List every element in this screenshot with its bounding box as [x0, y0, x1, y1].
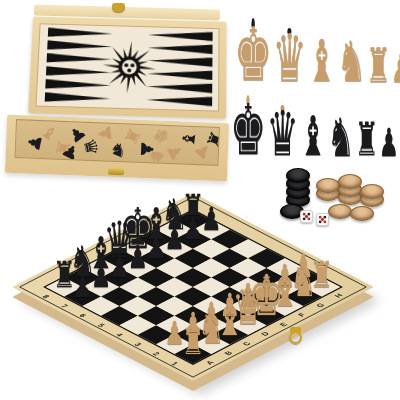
jumbled-piece-wood-n: ♞ — [144, 143, 169, 166]
piece-glyph: ♟ — [109, 254, 130, 279]
rank-label-5: 5 — [96, 322, 107, 328]
jumbled-piece-wood-p: ♟ — [190, 139, 215, 164]
checkers-pile — [282, 152, 394, 232]
rank-label-4: 4 — [114, 332, 125, 338]
piece-glyph: ♟ — [128, 245, 149, 270]
sample-piece-pawn: ♟ — [391, 53, 400, 84]
jumbled-piece-black-b: ♝ — [180, 129, 199, 149]
jumbled-piece-black-p: ♟ — [25, 132, 45, 153]
jumbled-piece-wood-p: ♟ — [163, 140, 186, 164]
die — [316, 213, 329, 226]
jumbled-piece-black-p: ♟ — [138, 140, 155, 159]
knight-glyph: ♞ — [337, 40, 366, 84]
queen-glyph: ♛ — [272, 33, 306, 84]
jumbled-piece-wood-k: ♚ — [149, 124, 173, 147]
wood-checker — [338, 174, 362, 189]
piece-glyph: ♜ — [181, 328, 204, 356]
jumbled-piece-black-q: ♛ — [81, 136, 101, 158]
jumbled-piece-black-n: ♞ — [107, 139, 130, 161]
rank-label-8: 8 — [41, 294, 52, 300]
backgammon-board — [35, 23, 219, 111]
file-label-h: H — [333, 293, 345, 299]
wood-checker — [328, 204, 352, 219]
sample-piece-rook: ♜ — [366, 47, 391, 84]
wood-checker — [316, 178, 340, 193]
wood-checker — [360, 184, 384, 199]
rook-glyph: ♜ — [366, 47, 391, 84]
wood-pieces-row: ♚♛♝♞♜♟ — [234, 12, 400, 84]
lid-latch — [112, 3, 125, 12]
jumbled-piece-wood-r: ♜ — [122, 125, 145, 149]
pawn-glyph: ♟ — [391, 53, 400, 84]
file-label-a: A — [204, 360, 216, 366]
sample-piece-bishop: ♝ — [307, 39, 337, 84]
king-glyph: ♚ — [230, 103, 266, 158]
bishop-glyph: ♝ — [307, 39, 337, 84]
black-checker — [286, 168, 310, 183]
jumbled-piece-wood-p: ♟ — [96, 123, 115, 143]
rank-label-2: 2 — [151, 351, 162, 357]
jumbled-piece-wood-b: ♝ — [37, 121, 62, 145]
backgammon-points-and-sun-art — [36, 24, 220, 110]
piece-glyph: ♟ — [72, 274, 93, 299]
king-glyph: ♚ — [234, 26, 272, 84]
piece-glyph: ♟ — [146, 235, 167, 260]
board-clasp — [289, 331, 302, 344]
piece-glyph: ♟ — [164, 226, 185, 251]
rank-label-1: 1 — [169, 361, 180, 367]
rank-label-6: 6 — [77, 313, 88, 319]
piece-glyph: ♟ — [91, 264, 112, 289]
sample-piece-queen: ♛ — [272, 28, 306, 84]
box-lid — [28, 17, 226, 119]
piece-glyph: ♟ — [201, 207, 222, 232]
product-photo: ♟♝♜♟♛♟♞♜♟♚♟♝♟♜♟♞ ♚♛♝♞♜♟ ♚♛♝♞♜♟ ABCDEFGH8… — [0, 0, 400, 400]
wood-checker — [350, 206, 374, 221]
tray-latch — [108, 168, 124, 176]
black-pieces-row: ♚♛♝♞♜♟ — [230, 88, 399, 158]
sample-piece-king: ♚ — [234, 18, 272, 84]
queen-glyph: ♛ — [266, 110, 298, 158]
die — [300, 210, 313, 223]
piece-glyph: ♟ — [183, 216, 204, 241]
tray-interior: ♟♝♜♟♛♟♞♜♟♚♟♝♟♜♟♞ — [15, 119, 220, 166]
sample-piece-knight: ♞ — [337, 40, 366, 84]
jumbled-piece-wood-r: ♜ — [53, 137, 73, 158]
box-tray: ♟♝♜♟♛♟♞♜♟♚♟♝♟♜♟♞ — [5, 115, 229, 181]
sample-piece-king: ♚ — [230, 95, 266, 158]
rank-label-7: 7 — [59, 303, 70, 309]
jumbled-piece-black-p: ♟ — [59, 141, 83, 164]
jumbled-piece-black-r: ♜ — [204, 128, 220, 151]
sample-piece-queen: ♛ — [266, 105, 298, 158]
rank-label-3: 3 — [133, 342, 144, 348]
jumbled-piece-black-p: ♟ — [65, 122, 90, 146]
